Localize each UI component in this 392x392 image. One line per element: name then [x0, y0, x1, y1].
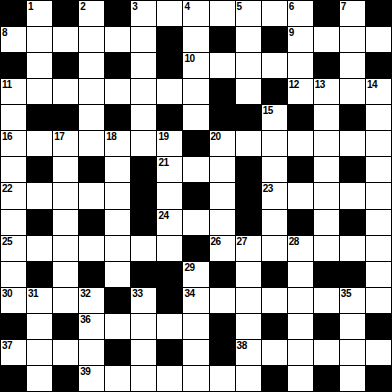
blocked-cell-r3c8 — [210, 79, 235, 104]
open-cell-r5c12[interactable] — [314, 131, 339, 156]
blocked-cell-r12c10 — [262, 314, 287, 339]
clue-number-9: 9 — [289, 27, 294, 38]
open-cell-r14c1[interactable] — [27, 366, 52, 391]
open-cell-r5c5[interactable] — [131, 131, 156, 156]
open-cell-r1c5[interactable] — [131, 27, 156, 52]
open-cell-r1c14[interactable] — [366, 27, 391, 52]
blocked-cell-r2c4 — [105, 53, 130, 78]
blocked-cell-r4c11 — [288, 105, 313, 130]
blocked-cell-r10c1 — [27, 262, 52, 287]
blocked-cell-r3c10 — [262, 79, 287, 104]
clue-number-3: 3 — [132, 1, 137, 12]
open-cell-r14c7[interactable] — [183, 366, 208, 391]
open-cell-r13c9[interactable]: 38 — [236, 340, 261, 365]
blocked-cell-r12c0 — [1, 314, 26, 339]
open-cell-r14c11[interactable] — [288, 366, 313, 391]
blocked-cell-r11c4 — [105, 288, 130, 313]
clue-number-27: 27 — [237, 236, 247, 247]
open-cell-r7c0[interactable]: 22 — [1, 183, 26, 208]
open-cell-r3c0[interactable]: 11 — [1, 79, 26, 104]
open-cell-r10c9[interactable] — [236, 262, 261, 287]
open-cell-r1c2[interactable] — [53, 27, 78, 52]
open-cell-r13c11[interactable] — [288, 340, 313, 365]
blocked-cell-r10c6 — [157, 262, 182, 287]
open-cell-r13c2[interactable] — [53, 340, 78, 365]
blocked-cell-r6c5 — [131, 157, 156, 182]
blocked-cell-r2c0 — [1, 53, 26, 78]
open-cell-r6c7[interactable] — [183, 157, 208, 182]
blocked-cell-r8c9 — [236, 210, 261, 235]
open-cell-r13c12[interactable] — [314, 340, 339, 365]
open-cell-r11c11[interactable] — [288, 288, 313, 313]
open-cell-r3c7[interactable] — [183, 79, 208, 104]
open-cell-r0c10[interactable] — [262, 1, 287, 26]
open-cell-r10c7[interactable]: 29 — [183, 262, 208, 287]
clue-number-15: 15 — [263, 105, 273, 116]
clue-number-22: 22 — [2, 183, 12, 194]
open-cell-r6c2[interactable] — [53, 157, 78, 182]
open-cell-r8c10[interactable] — [262, 210, 287, 235]
blocked-cell-r0c14 — [366, 1, 391, 26]
clue-number-20: 20 — [211, 131, 221, 142]
open-cell-r9c3[interactable] — [79, 236, 104, 261]
blocked-cell-r14c14 — [366, 366, 391, 391]
open-cell-r13c10[interactable] — [262, 340, 287, 365]
clue-number-12: 12 — [289, 79, 299, 90]
clue-number-13: 13 — [315, 79, 325, 90]
open-cell-r10c0[interactable] — [1, 262, 26, 287]
blocked-cell-r6c13 — [340, 157, 365, 182]
blocked-cell-r7c7 — [183, 183, 208, 208]
open-cell-r8c4[interactable] — [105, 210, 130, 235]
clue-number-38: 38 — [237, 340, 247, 351]
open-cell-r11c0[interactable]: 30 — [1, 288, 26, 313]
blocked-cell-r7c5 — [131, 183, 156, 208]
open-cell-r12c1[interactable] — [27, 314, 52, 339]
open-cell-r6c10[interactable] — [262, 157, 287, 182]
clue-number-17: 17 — [54, 131, 64, 142]
open-cell-r5c13[interactable] — [340, 131, 365, 156]
clue-number-4: 4 — [184, 1, 189, 12]
open-cell-r9c14[interactable] — [366, 236, 391, 261]
open-cell-r9c1[interactable] — [27, 236, 52, 261]
open-cell-r13c7[interactable] — [183, 340, 208, 365]
clue-number-36: 36 — [80, 314, 90, 325]
open-cell-r7c1[interactable] — [27, 183, 52, 208]
clue-number-5: 5 — [237, 1, 242, 12]
blocked-cell-r8c13 — [340, 210, 365, 235]
open-cell-r1c9[interactable] — [236, 27, 261, 52]
clue-number-34: 34 — [184, 288, 194, 299]
open-cell-r5c10[interactable] — [262, 131, 287, 156]
crossword-grid: 1234567891011121314151617181920212223242… — [0, 0, 392, 392]
blocked-cell-r2c2 — [53, 53, 78, 78]
clue-number-7: 7 — [341, 1, 346, 12]
blocked-cell-r5c7 — [183, 131, 208, 156]
open-cell-r4c7[interactable] — [183, 105, 208, 130]
open-cell-r0c3[interactable]: 2 — [79, 1, 104, 26]
blocked-cell-r4c8 — [210, 105, 235, 130]
open-cell-r11c5[interactable]: 33 — [131, 288, 156, 313]
blocked-cell-r2c14 — [366, 53, 391, 78]
open-cell-r3c11[interactable]: 12 — [288, 79, 313, 104]
clue-number-2: 2 — [80, 1, 85, 12]
clue-number-21: 21 — [158, 157, 168, 168]
open-cell-r10c14[interactable] — [366, 262, 391, 287]
clue-number-1: 1 — [28, 1, 33, 12]
open-cell-r7c13[interactable] — [340, 183, 365, 208]
open-cell-r7c3[interactable] — [79, 183, 104, 208]
clue-number-31: 31 — [28, 288, 38, 299]
blocked-cell-r10c10 — [262, 262, 287, 287]
blocked-cell-r14c12 — [314, 366, 339, 391]
open-cell-r13c0[interactable]: 37 — [1, 340, 26, 365]
open-cell-r10c2[interactable] — [53, 262, 78, 287]
blocked-cell-r1c6 — [157, 27, 182, 52]
open-cell-r12c7[interactable] — [183, 314, 208, 339]
clue-number-10: 10 — [184, 53, 194, 64]
blocked-cell-r4c1 — [27, 105, 52, 130]
blocked-cell-r8c11 — [288, 210, 313, 235]
open-cell-r5c8[interactable]: 20 — [210, 131, 235, 156]
open-cell-r11c13[interactable]: 35 — [340, 288, 365, 313]
blocked-cell-r0c2 — [53, 1, 78, 26]
open-cell-r11c1[interactable]: 31 — [27, 288, 52, 313]
open-cell-r2c1[interactable] — [27, 53, 52, 78]
clue-number-24: 24 — [158, 210, 168, 221]
open-cell-r0c8[interactable] — [210, 1, 235, 26]
blocked-cell-r4c6 — [157, 105, 182, 130]
open-cell-r9c13[interactable] — [340, 236, 365, 261]
open-cell-r3c5[interactable] — [131, 79, 156, 104]
open-cell-r3c1[interactable] — [27, 79, 52, 104]
open-cell-r5c1[interactable] — [27, 131, 52, 156]
blocked-cell-r13c4 — [105, 340, 130, 365]
blocked-cell-r1c10 — [262, 27, 287, 52]
blocked-cell-r4c13 — [340, 105, 365, 130]
open-cell-r1c12[interactable] — [314, 27, 339, 52]
blocked-cell-r10c13 — [340, 262, 365, 287]
blocked-cell-r8c5 — [131, 210, 156, 235]
open-cell-r1c7[interactable] — [183, 27, 208, 52]
open-cell-r14c5[interactable] — [131, 366, 156, 391]
blocked-cell-r0c12 — [314, 1, 339, 26]
open-cell-r14c9[interactable] — [236, 366, 261, 391]
blocked-cell-r0c0 — [1, 1, 26, 26]
open-cell-r6c6[interactable]: 21 — [157, 157, 182, 182]
open-cell-r12c5[interactable] — [131, 314, 156, 339]
clue-number-29: 29 — [184, 262, 194, 273]
open-cell-r14c3[interactable]: 39 — [79, 366, 104, 391]
blocked-cell-r1c8 — [210, 27, 235, 52]
open-cell-r11c8[interactable] — [210, 288, 235, 313]
open-cell-r0c5[interactable]: 3 — [131, 1, 156, 26]
clue-number-16: 16 — [2, 131, 12, 142]
open-cell-r13c5[interactable] — [131, 340, 156, 365]
open-cell-r1c1[interactable] — [27, 27, 52, 52]
blocked-cell-r12c8 — [210, 314, 235, 339]
open-cell-r1c11[interactable]: 9 — [288, 27, 313, 52]
open-cell-r11c7[interactable]: 34 — [183, 288, 208, 313]
blocked-cell-r7c9 — [236, 183, 261, 208]
open-cell-r14c8[interactable] — [210, 366, 235, 391]
open-cell-r9c8[interactable]: 26 — [210, 236, 235, 261]
open-cell-r11c9[interactable] — [236, 288, 261, 313]
open-cell-r12c11[interactable] — [288, 314, 313, 339]
open-cell-r9c4[interactable] — [105, 236, 130, 261]
open-cell-r3c4[interactable] — [105, 79, 130, 104]
blocked-cell-r14c2 — [53, 366, 78, 391]
open-cell-r5c0[interactable]: 16 — [1, 131, 26, 156]
open-cell-r9c6[interactable] — [157, 236, 182, 261]
open-cell-r4c14[interactable] — [366, 105, 391, 130]
open-cell-r4c5[interactable] — [131, 105, 156, 130]
clue-number-11: 11 — [2, 79, 12, 90]
open-cell-r3c13[interactable] — [340, 79, 365, 104]
open-cell-r2c10[interactable] — [262, 53, 287, 78]
open-cell-r0c11[interactable]: 6 — [288, 1, 313, 26]
open-cell-r12c9[interactable] — [236, 314, 261, 339]
open-cell-r3c3[interactable] — [79, 79, 104, 104]
clue-number-37: 37 — [2, 340, 12, 351]
blocked-cell-r0c4 — [105, 1, 130, 26]
open-cell-r7c12[interactable] — [314, 183, 339, 208]
open-cell-r14c13[interactable] — [340, 366, 365, 391]
open-cell-r9c10[interactable] — [262, 236, 287, 261]
open-cell-r2c8[interactable] — [210, 53, 235, 78]
clue-number-32: 32 — [80, 288, 90, 299]
blocked-cell-r14c10 — [262, 366, 287, 391]
open-cell-r6c4[interactable] — [105, 157, 130, 182]
open-cell-r8c6[interactable]: 24 — [157, 210, 182, 235]
open-cell-r6c8[interactable] — [210, 157, 235, 182]
open-cell-r3c14[interactable]: 14 — [366, 79, 391, 104]
open-cell-r3c9[interactable] — [236, 79, 261, 104]
blocked-cell-r8c1 — [27, 210, 52, 235]
open-cell-r10c11[interactable] — [288, 262, 313, 287]
blocked-cell-r12c14 — [366, 314, 391, 339]
open-cell-r13c1[interactable] — [27, 340, 52, 365]
open-cell-r14c4[interactable] — [105, 366, 130, 391]
open-cell-r9c11[interactable]: 28 — [288, 236, 313, 261]
open-cell-r1c3[interactable] — [79, 27, 104, 52]
blocked-cell-r11c6 — [157, 288, 182, 313]
clue-number-23: 23 — [263, 183, 273, 194]
open-cell-r6c14[interactable] — [366, 157, 391, 182]
open-cell-r11c10[interactable] — [262, 288, 287, 313]
open-cell-r11c3[interactable]: 32 — [79, 288, 104, 313]
open-cell-r2c7[interactable]: 10 — [183, 53, 208, 78]
open-cell-r5c3[interactable] — [79, 131, 104, 156]
open-cell-r2c5[interactable] — [131, 53, 156, 78]
blocked-cell-r10c3 — [79, 262, 104, 287]
open-cell-r11c12[interactable] — [314, 288, 339, 313]
open-cell-r0c6[interactable] — [157, 1, 182, 26]
blocked-cell-r10c8 — [210, 262, 235, 287]
open-cell-r7c4[interactable] — [105, 183, 130, 208]
clue-number-39: 39 — [80, 366, 90, 377]
open-cell-r7c6[interactable] — [157, 183, 182, 208]
open-cell-r5c14[interactable] — [366, 131, 391, 156]
blocked-cell-r6c1 — [27, 157, 52, 182]
open-cell-r4c0[interactable] — [1, 105, 26, 130]
open-cell-r0c7[interactable]: 4 — [183, 1, 208, 26]
open-cell-r6c12[interactable] — [314, 157, 339, 182]
open-cell-r4c10[interactable]: 15 — [262, 105, 287, 130]
open-cell-r12c13[interactable] — [340, 314, 365, 339]
open-cell-r5c4[interactable]: 18 — [105, 131, 130, 156]
clue-number-14: 14 — [367, 79, 377, 90]
blocked-cell-r4c4 — [105, 105, 130, 130]
open-cell-r2c13[interactable] — [340, 53, 365, 78]
clue-number-26: 26 — [211, 236, 221, 247]
open-cell-r11c14[interactable] — [366, 288, 391, 313]
open-cell-r6c0[interactable] — [1, 157, 26, 182]
blocked-cell-r2c12 — [314, 53, 339, 78]
open-cell-r13c14[interactable] — [366, 340, 391, 365]
blocked-cell-r9c7 — [183, 236, 208, 261]
open-cell-r8c8[interactable] — [210, 210, 235, 235]
open-cell-r3c2[interactable] — [53, 79, 78, 104]
open-cell-r0c9[interactable]: 5 — [236, 1, 261, 26]
open-cell-r8c12[interactable] — [314, 210, 339, 235]
clue-number-35: 35 — [341, 288, 351, 299]
clue-number-18: 18 — [106, 131, 116, 142]
open-cell-r4c3[interactable] — [79, 105, 104, 130]
open-cell-r5c9[interactable] — [236, 131, 261, 156]
blocked-cell-r10c5 — [131, 262, 156, 287]
open-cell-r0c1[interactable]: 1 — [27, 1, 52, 26]
open-cell-r2c3[interactable] — [79, 53, 104, 78]
open-cell-r7c10[interactable]: 23 — [262, 183, 287, 208]
clue-number-30: 30 — [2, 288, 12, 299]
open-cell-r8c0[interactable] — [1, 210, 26, 235]
open-cell-r9c5[interactable] — [131, 236, 156, 261]
open-cell-r2c11[interactable] — [288, 53, 313, 78]
open-cell-r12c4[interactable] — [105, 314, 130, 339]
blocked-cell-r12c12 — [314, 314, 339, 339]
open-cell-r10c4[interactable] — [105, 262, 130, 287]
open-cell-r1c0[interactable]: 8 — [1, 27, 26, 52]
blocked-cell-r6c9 — [236, 157, 261, 182]
blocked-cell-r6c11 — [288, 157, 313, 182]
clue-number-28: 28 — [289, 236, 299, 247]
open-cell-r7c2[interactable] — [53, 183, 78, 208]
open-cell-r9c12[interactable] — [314, 236, 339, 261]
open-cell-r5c6[interactable]: 19 — [157, 131, 182, 156]
clue-number-8: 8 — [2, 27, 7, 38]
open-cell-r8c7[interactable] — [183, 210, 208, 235]
open-cell-r14c6[interactable] — [157, 366, 182, 391]
open-cell-r11c2[interactable] — [53, 288, 78, 313]
open-cell-r7c8[interactable] — [210, 183, 235, 208]
open-cell-r0c13[interactable]: 7 — [340, 1, 365, 26]
open-cell-r7c11[interactable] — [288, 183, 313, 208]
clue-number-19: 19 — [158, 131, 168, 142]
open-cell-r5c11[interactable] — [288, 131, 313, 156]
open-cell-r12c6[interactable] — [157, 314, 182, 339]
blocked-cell-r6c3 — [79, 157, 104, 182]
open-cell-r4c12[interactable] — [314, 105, 339, 130]
blocked-cell-r4c2 — [53, 105, 78, 130]
open-cell-r9c0[interactable]: 25 — [1, 236, 26, 261]
blocked-cell-r10c12 — [314, 262, 339, 287]
open-cell-r3c6[interactable] — [157, 79, 182, 104]
blocked-cell-r8c3 — [79, 210, 104, 235]
clue-number-6: 6 — [289, 1, 294, 12]
blocked-cell-r12c2 — [53, 314, 78, 339]
open-cell-r3c12[interactable]: 13 — [314, 79, 339, 104]
blocked-cell-r13c8 — [210, 340, 235, 365]
open-cell-r1c4[interactable] — [105, 27, 130, 52]
blocked-cell-r4c9 — [236, 105, 261, 130]
blocked-cell-r13c6 — [157, 340, 182, 365]
open-cell-r12c3[interactable]: 36 — [79, 314, 104, 339]
open-cell-r13c3[interactable] — [79, 340, 104, 365]
open-cell-r5c2[interactable]: 17 — [53, 131, 78, 156]
open-cell-r9c9[interactable]: 27 — [236, 236, 261, 261]
clue-number-25: 25 — [2, 236, 12, 247]
open-cell-r7c14[interactable] — [366, 183, 391, 208]
blocked-cell-r14c0 — [1, 366, 26, 391]
open-cell-r8c2[interactable] — [53, 210, 78, 235]
open-cell-r13c13[interactable] — [340, 340, 365, 365]
open-cell-r8c14[interactable] — [366, 210, 391, 235]
blocked-cell-r2c6 — [157, 53, 182, 78]
open-cell-r2c9[interactable] — [236, 53, 261, 78]
open-cell-r9c2[interactable] — [53, 236, 78, 261]
open-cell-r1c13[interactable] — [340, 27, 365, 52]
clue-number-33: 33 — [132, 288, 142, 299]
